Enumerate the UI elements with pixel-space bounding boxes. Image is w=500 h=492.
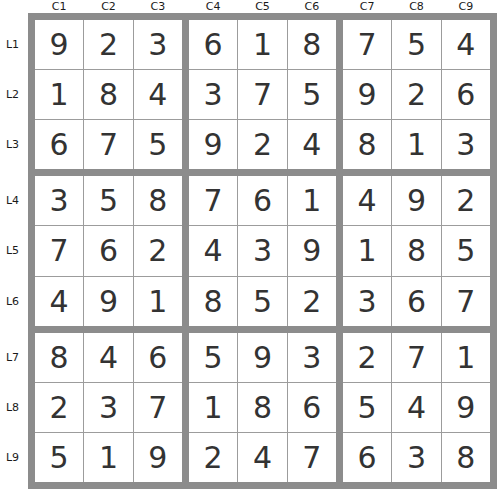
sudoku-cell[interactable]: 3 [392, 433, 440, 482]
row-label-group: L1L2L3 [0, 20, 28, 169]
sudoku-cell[interactable]: 7 [35, 226, 83, 275]
sudoku-page: C1C2C3C4C5C6C7C8C9 L1L2L3L4L5L6L7L8L9 92… [0, 0, 500, 492]
sudoku-cell[interactable]: 8 [84, 70, 132, 119]
sudoku-cell[interactable]: 7 [442, 277, 490, 326]
sudoku-cell[interactable]: 4 [189, 226, 237, 275]
sudoku-cell[interactable]: 2 [35, 383, 83, 432]
sudoku-cell[interactable]: 4 [84, 333, 132, 382]
column-label-group: C1C2C3 [35, 0, 182, 13]
sudoku-cell[interactable]: 9 [343, 70, 391, 119]
sudoku-cell[interactable]: 7 [343, 20, 391, 69]
sudoku-cell[interactable]: 2 [189, 433, 237, 482]
sudoku-cell[interactable]: 1 [288, 176, 336, 225]
row-label: L6 [0, 277, 28, 326]
sudoku-block: 754926813 [343, 20, 490, 169]
sudoku-cell[interactable]: 9 [189, 120, 237, 169]
sudoku-cell[interactable]: 8 [392, 226, 440, 275]
column-label: C3 [134, 0, 182, 13]
sudoku-cell[interactable]: 2 [84, 20, 132, 69]
sudoku-cell[interactable]: 6 [442, 70, 490, 119]
row-labels: L1L2L3L4L5L6L7L8L9 [0, 13, 28, 489]
sudoku-cell[interactable]: 9 [392, 176, 440, 225]
sudoku-cell[interactable]: 1 [84, 433, 132, 482]
row-label: L1 [0, 20, 28, 69]
sudoku-cell[interactable]: 5 [189, 333, 237, 382]
sudoku-cell[interactable]: 3 [134, 20, 182, 69]
sudoku-cell[interactable]: 2 [288, 277, 336, 326]
sudoku-cell[interactable]: 9 [288, 226, 336, 275]
sudoku-cell[interactable]: 4 [392, 383, 440, 432]
sudoku-cell[interactable]: 8 [442, 433, 490, 482]
row-label-group: L7L8L9 [0, 333, 28, 482]
sudoku-cell[interactable]: 1 [238, 20, 286, 69]
column-label: C4 [189, 0, 237, 13]
sudoku-cell[interactable]: 7 [84, 120, 132, 169]
sudoku-cell[interactable]: 9 [134, 433, 182, 482]
column-label-group: C4C5C6 [189, 0, 336, 13]
column-label: C8 [392, 0, 440, 13]
sudoku-cell[interactable]: 5 [84, 176, 132, 225]
corner-spacer [0, 0, 28, 13]
sudoku-cell[interactable]: 5 [238, 277, 286, 326]
sudoku-cell[interactable]: 9 [442, 383, 490, 432]
sudoku-block: 492185367 [343, 176, 490, 325]
column-label: C7 [343, 0, 391, 13]
sudoku-block: 923184675 [35, 20, 182, 169]
sudoku-cell[interactable]: 3 [288, 333, 336, 382]
column-label: C6 [288, 0, 336, 13]
sudoku-block: 846237519 [35, 333, 182, 482]
sudoku-cell[interactable]: 5 [288, 70, 336, 119]
sudoku-cell[interactable]: 2 [238, 120, 286, 169]
column-labels: C1C2C3C4C5C6C7C8C9 [28, 0, 497, 13]
sudoku-cell[interactable]: 8 [189, 277, 237, 326]
column-label: C5 [238, 0, 286, 13]
sudoku-cell[interactable]: 5 [134, 120, 182, 169]
sudoku-cell[interactable]: 8 [343, 120, 391, 169]
sudoku-cell[interactable]: 3 [343, 277, 391, 326]
sudoku-cell[interactable]: 1 [189, 383, 237, 432]
sudoku-cell[interactable]: 8 [134, 176, 182, 225]
sudoku-cell[interactable]: 3 [35, 176, 83, 225]
sudoku-cell[interactable]: 2 [392, 70, 440, 119]
sudoku-cell[interactable]: 2 [343, 333, 391, 382]
sudoku-cell[interactable]: 8 [288, 20, 336, 69]
sudoku-cell[interactable]: 3 [442, 120, 490, 169]
sudoku-cell[interactable]: 1 [392, 120, 440, 169]
sudoku-cell[interactable]: 1 [442, 333, 490, 382]
sudoku-cell[interactable]: 6 [84, 226, 132, 275]
sudoku-cell[interactable]: 6 [392, 277, 440, 326]
sudoku-cell[interactable]: 5 [35, 433, 83, 482]
sudoku-cell[interactable]: 7 [392, 333, 440, 382]
row-label-group: L4L5L6 [0, 176, 28, 325]
row-label: L2 [0, 70, 28, 119]
row-label: L7 [0, 333, 28, 382]
sudoku-cell[interactable]: 7 [134, 383, 182, 432]
sudoku-cell[interactable]: 9 [238, 333, 286, 382]
column-label: C9 [442, 0, 490, 13]
row-label: L5 [0, 226, 28, 275]
sudoku-cell[interactable]: 9 [84, 277, 132, 326]
sudoku-cell[interactable]: 8 [238, 383, 286, 432]
sudoku-cell[interactable]: 6 [288, 383, 336, 432]
sudoku-block: 593186247 [189, 333, 336, 482]
sudoku-block: 761439852 [189, 176, 336, 325]
row-label: L4 [0, 176, 28, 225]
row-label: L9 [0, 433, 28, 482]
row-label: L3 [0, 120, 28, 169]
column-label-group: C7C8C9 [343, 0, 490, 13]
sudoku-block: 618375924 [189, 20, 336, 169]
sudoku-cell[interactable]: 3 [84, 383, 132, 432]
sudoku-board: 9231846756183759247549268133587624917614… [28, 13, 497, 489]
sudoku-cell[interactable]: 1 [134, 277, 182, 326]
sudoku-cell[interactable]: 4 [134, 70, 182, 119]
sudoku-cell[interactable]: 7 [238, 70, 286, 119]
sudoku-cell[interactable]: 3 [238, 226, 286, 275]
sudoku-cell[interactable]: 1 [343, 226, 391, 275]
sudoku-cell[interactable]: 4 [238, 433, 286, 482]
sudoku-cell[interactable]: 6 [343, 433, 391, 482]
sudoku-cell[interactable]: 4 [442, 20, 490, 69]
sudoku-cell[interactable]: 4 [35, 277, 83, 326]
sudoku-block: 358762491 [35, 176, 182, 325]
sudoku-cell[interactable]: 5 [392, 20, 440, 69]
sudoku-cell[interactable]: 1 [35, 70, 83, 119]
sudoku-cell[interactable]: 2 [134, 226, 182, 275]
sudoku-cell[interactable]: 7 [189, 176, 237, 225]
sudoku-cell[interactable]: 7 [288, 433, 336, 482]
sudoku-cell[interactable]: 2 [442, 176, 490, 225]
sudoku-cell[interactable]: 8 [35, 333, 83, 382]
sudoku-cell[interactable]: 6 [189, 20, 237, 69]
sudoku-cell[interactable]: 4 [288, 120, 336, 169]
sudoku-block: 271549638 [343, 333, 490, 482]
column-label: C2 [84, 0, 132, 13]
sudoku-cell[interactable]: 4 [343, 176, 391, 225]
sudoku-cell[interactable]: 9 [35, 20, 83, 69]
column-label: C1 [35, 0, 83, 13]
sudoku-cell[interactable]: 5 [343, 383, 391, 432]
sudoku-cell[interactable]: 6 [238, 176, 286, 225]
sudoku-cell[interactable]: 5 [442, 226, 490, 275]
sudoku-cell[interactable]: 3 [189, 70, 237, 119]
sudoku-cell[interactable]: 6 [134, 333, 182, 382]
sudoku-cell[interactable]: 6 [35, 120, 83, 169]
row-label: L8 [0, 383, 28, 432]
